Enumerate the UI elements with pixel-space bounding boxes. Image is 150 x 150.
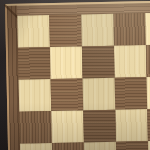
square-c5[interactable] [83, 110, 116, 143]
square-d5[interactable] [115, 109, 148, 142]
square-b7[interactable] [50, 46, 83, 79]
square-e6[interactable] [147, 76, 150, 109]
square-a4[interactable] [20, 143, 53, 150]
square-b5[interactable] [51, 110, 84, 143]
square-c7[interactable] [82, 46, 115, 79]
square-c4[interactable] [84, 142, 117, 150]
square-b6[interactable] [51, 78, 84, 111]
square-d4[interactable] [116, 141, 149, 150]
square-d6[interactable] [115, 77, 148, 110]
chessboard [17, 10, 150, 150]
square-a5[interactable] [19, 111, 52, 144]
chessboard-frame [5, 0, 150, 150]
square-e5[interactable] [147, 108, 150, 141]
square-e8[interactable] [145, 12, 150, 45]
square-e7[interactable] [146, 44, 150, 77]
square-a8[interactable] [17, 15, 50, 48]
square-a6[interactable] [19, 79, 52, 112]
square-d7[interactable] [114, 45, 147, 78]
square-c6[interactable] [83, 78, 116, 111]
square-e4[interactable] [148, 140, 150, 150]
square-d8[interactable] [113, 13, 146, 46]
square-b4[interactable] [52, 142, 85, 150]
square-a7[interactable] [18, 47, 51, 80]
square-c8[interactable] [81, 14, 114, 47]
chessboard-photo [0, 0, 150, 150]
square-b8[interactable] [49, 14, 82, 47]
